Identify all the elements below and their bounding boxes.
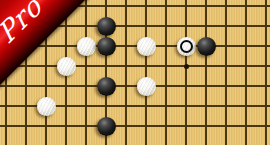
black-stone [97, 117, 116, 136]
white-stone [137, 77, 156, 96]
circle-marker [180, 40, 193, 53]
marked-white-stone [177, 37, 196, 56]
black-stone [97, 77, 116, 96]
go-board[interactable]: Pro [0, 0, 270, 145]
white-stone [77, 37, 96, 56]
white-stone [137, 37, 156, 56]
black-stone [197, 37, 216, 56]
black-stone [97, 37, 116, 56]
pro-ribbon-label: Pro [0, 0, 46, 48]
white-stone [37, 97, 56, 116]
white-stone [57, 57, 76, 76]
black-stone [97, 17, 116, 36]
star-point [184, 64, 189, 69]
